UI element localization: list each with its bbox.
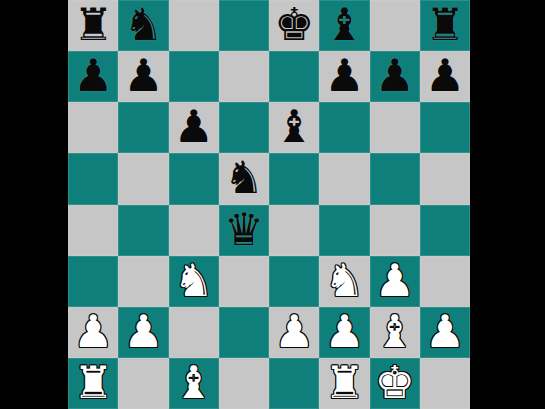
black-pawn-piece[interactable]: ♟ [173, 104, 213, 149]
square-e4[interactable] [269, 205, 319, 256]
square-f2[interactable]: ♟ [319, 307, 369, 358]
square-g8[interactable] [370, 0, 420, 51]
square-c7[interactable] [169, 51, 219, 102]
square-h1[interactable] [420, 358, 470, 409]
square-a3[interactable] [68, 256, 118, 307]
square-d7[interactable] [219, 51, 269, 102]
square-d4[interactable]: ♛ [219, 205, 269, 256]
square-g4[interactable] [370, 205, 420, 256]
square-a1[interactable]: ♜ [68, 358, 118, 409]
white-pawn-piece[interactable]: ♟ [324, 309, 364, 354]
square-f6[interactable] [319, 102, 369, 153]
square-h5[interactable] [420, 153, 470, 204]
white-pawn-piece[interactable]: ♟ [123, 309, 163, 354]
square-e7[interactable] [269, 51, 319, 102]
square-a4[interactable] [68, 205, 118, 256]
square-b7[interactable]: ♟ [118, 51, 168, 102]
square-c6[interactable]: ♟ [169, 102, 219, 153]
square-g2[interactable]: ♝ [370, 307, 420, 358]
square-a5[interactable] [68, 153, 118, 204]
white-pawn-piece[interactable]: ♟ [73, 309, 113, 354]
black-rook-piece[interactable]: ♜ [425, 2, 465, 47]
square-c4[interactable] [169, 205, 219, 256]
black-pawn-piece[interactable]: ♟ [324, 53, 364, 98]
black-pawn-piece[interactable]: ♟ [73, 53, 113, 98]
black-pawn-piece[interactable]: ♟ [425, 53, 465, 98]
square-b8[interactable]: ♞ [118, 0, 168, 51]
square-a8[interactable]: ♜ [68, 0, 118, 51]
square-b5[interactable] [118, 153, 168, 204]
square-f3[interactable]: ♞ [319, 256, 369, 307]
square-e8[interactable]: ♚ [269, 0, 319, 51]
square-e1[interactable] [269, 358, 319, 409]
square-f1[interactable]: ♜ [319, 358, 369, 409]
white-knight-piece[interactable]: ♞ [173, 258, 213, 303]
square-h2[interactable]: ♟ [420, 307, 470, 358]
letterbox-left [0, 0, 68, 409]
square-f8[interactable]: ♝ [319, 0, 369, 51]
square-d6[interactable] [219, 102, 269, 153]
square-h8[interactable]: ♜ [420, 0, 470, 51]
black-pawn-piece[interactable]: ♟ [123, 53, 163, 98]
white-king-piece[interactable]: ♚ [374, 360, 414, 405]
white-pawn-piece[interactable]: ♟ [374, 258, 414, 303]
square-a6[interactable] [68, 102, 118, 153]
letterbox-right [470, 0, 545, 409]
black-bishop-piece[interactable]: ♝ [274, 104, 314, 149]
black-knight-piece[interactable]: ♞ [224, 155, 264, 200]
square-g1[interactable]: ♚ [370, 358, 420, 409]
square-g7[interactable]: ♟ [370, 51, 420, 102]
square-g5[interactable] [370, 153, 420, 204]
square-f4[interactable] [319, 205, 369, 256]
square-b2[interactable]: ♟ [118, 307, 168, 358]
square-b6[interactable] [118, 102, 168, 153]
square-b3[interactable] [118, 256, 168, 307]
square-g3[interactable]: ♟ [370, 256, 420, 307]
square-e6[interactable]: ♝ [269, 102, 319, 153]
black-pawn-piece[interactable]: ♟ [374, 53, 414, 98]
white-rook-piece[interactable]: ♜ [73, 360, 113, 405]
square-b4[interactable] [118, 205, 168, 256]
white-bishop-piece[interactable]: ♝ [374, 309, 414, 354]
square-d5[interactable]: ♞ [219, 153, 269, 204]
square-g6[interactable] [370, 102, 420, 153]
black-bishop-piece[interactable]: ♝ [324, 2, 364, 47]
square-c2[interactable] [169, 307, 219, 358]
white-pawn-piece[interactable]: ♟ [425, 309, 465, 354]
black-knight-piece[interactable]: ♞ [123, 2, 163, 47]
square-a7[interactable]: ♟ [68, 51, 118, 102]
square-h4[interactable] [420, 205, 470, 256]
square-d1[interactable] [219, 358, 269, 409]
white-rook-piece[interactable]: ♜ [324, 360, 364, 405]
black-king-piece[interactable]: ♚ [274, 2, 314, 47]
square-h3[interactable] [420, 256, 470, 307]
square-h7[interactable]: ♟ [420, 51, 470, 102]
square-d8[interactable] [219, 0, 269, 51]
square-e3[interactable] [269, 256, 319, 307]
square-f5[interactable] [319, 153, 369, 204]
square-d3[interactable] [219, 256, 269, 307]
square-c1[interactable]: ♝ [169, 358, 219, 409]
chess-board: ♜♞♚♝♜♟♟♟♟♟♟♝♞♛♞♞♟♟♟♟♟♝♟♜♝♜♚ [68, 0, 470, 409]
white-knight-piece[interactable]: ♞ [324, 258, 364, 303]
app-window: ♜♞♚♝♜♟♟♟♟♟♟♝♞♛♞♞♟♟♟♟♟♝♟♜♝♜♚ [0, 0, 545, 409]
white-pawn-piece[interactable]: ♟ [274, 309, 314, 354]
square-e5[interactable] [269, 153, 319, 204]
black-queen-piece[interactable]: ♛ [224, 207, 264, 252]
black-rook-piece[interactable]: ♜ [73, 2, 113, 47]
square-c3[interactable]: ♞ [169, 256, 219, 307]
square-c5[interactable] [169, 153, 219, 204]
white-bishop-piece[interactable]: ♝ [173, 360, 213, 405]
square-c8[interactable] [169, 0, 219, 51]
square-b1[interactable] [118, 358, 168, 409]
square-h6[interactable] [420, 102, 470, 153]
square-f7[interactable]: ♟ [319, 51, 369, 102]
square-e2[interactable]: ♟ [269, 307, 319, 358]
square-d2[interactable] [219, 307, 269, 358]
square-a2[interactable]: ♟ [68, 307, 118, 358]
